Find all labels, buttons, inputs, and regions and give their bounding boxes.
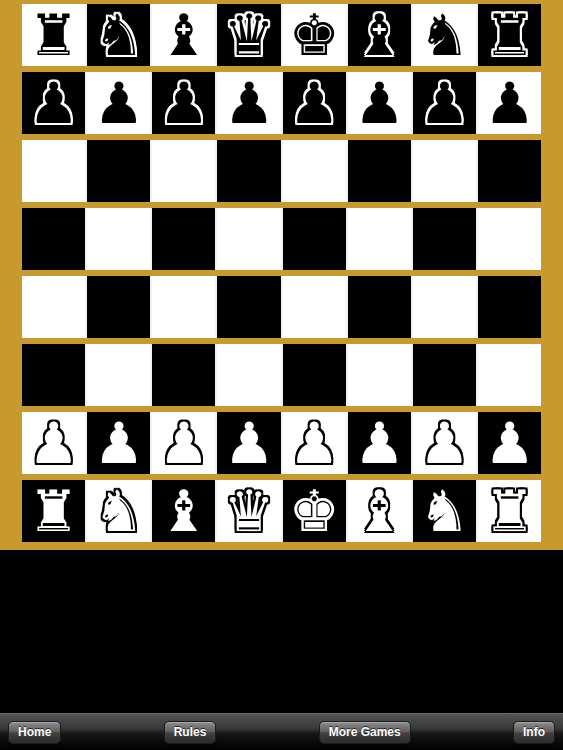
square-h2[interactable]: ♟ — [478, 412, 541, 474]
square-d1[interactable]: ♛ — [217, 480, 280, 542]
piece-black-king: ♚ — [289, 4, 340, 66]
piece-white-pawn: ♟ — [354, 412, 405, 474]
lower-black-panel — [0, 550, 563, 713]
rank-1: ♜♞♝♛♚♝♞♜ — [22, 480, 541, 542]
piece-white-knight: ♞ — [93, 480, 144, 542]
square-f4[interactable] — [348, 276, 411, 338]
square-h8[interactable]: ♜ — [478, 4, 541, 66]
piece-white-pawn: ♟ — [419, 412, 470, 474]
piece-white-rook: ♜ — [28, 480, 79, 542]
piece-black-rook: ♜ — [484, 4, 535, 66]
piece-black-knight: ♞ — [93, 4, 144, 66]
square-d5[interactable] — [217, 208, 280, 270]
square-h7[interactable]: ♟ — [478, 72, 541, 134]
square-e2[interactable]: ♟ — [283, 412, 346, 474]
square-d6[interactable] — [217, 140, 280, 202]
square-c6[interactable] — [152, 140, 215, 202]
bottom-toolbar: Home Rules More Games Info — [0, 713, 563, 750]
piece-white-pawn: ♟ — [484, 412, 535, 474]
piece-white-pawn: ♟ — [28, 412, 79, 474]
square-h6[interactable] — [478, 140, 541, 202]
square-e1[interactable]: ♚ — [283, 480, 346, 542]
square-b3[interactable] — [87, 344, 150, 406]
square-f2[interactable]: ♟ — [348, 412, 411, 474]
square-g5[interactable] — [413, 208, 476, 270]
rank-8: ♜♞♝♛♚♝♞♜ — [22, 4, 541, 66]
info-button[interactable]: Info — [513, 721, 555, 744]
square-c4[interactable] — [152, 276, 215, 338]
piece-white-queen: ♛ — [223, 480, 274, 542]
square-b5[interactable] — [87, 208, 150, 270]
piece-white-rook: ♜ — [484, 480, 535, 542]
rank-6 — [22, 140, 541, 202]
rank-7: ♟♟♟♟♟♟♟♟ — [22, 72, 541, 134]
piece-black-pawn: ♟ — [28, 72, 79, 134]
piece-black-bishop: ♝ — [158, 4, 209, 66]
piece-black-pawn: ♟ — [419, 72, 470, 134]
square-b1[interactable]: ♞ — [87, 480, 150, 542]
square-c8[interactable]: ♝ — [152, 4, 215, 66]
square-b4[interactable] — [87, 276, 150, 338]
square-g2[interactable]: ♟ — [413, 412, 476, 474]
piece-black-pawn: ♟ — [354, 72, 405, 134]
square-e8[interactable]: ♚ — [283, 4, 346, 66]
piece-black-rook: ♜ — [28, 4, 79, 66]
square-f1[interactable]: ♝ — [348, 480, 411, 542]
square-a6[interactable] — [22, 140, 85, 202]
square-f6[interactable] — [348, 140, 411, 202]
rank-3 — [22, 344, 541, 406]
square-h3[interactable] — [478, 344, 541, 406]
piece-black-pawn: ♟ — [484, 72, 535, 134]
square-f5[interactable] — [348, 208, 411, 270]
square-a3[interactable] — [22, 344, 85, 406]
square-b7[interactable]: ♟ — [87, 72, 150, 134]
square-f8[interactable]: ♝ — [348, 4, 411, 66]
square-e4[interactable] — [283, 276, 346, 338]
square-a2[interactable]: ♟ — [22, 412, 85, 474]
home-button[interactable]: Home — [8, 721, 61, 744]
rules-button[interactable]: Rules — [164, 721, 217, 744]
piece-white-bishop: ♝ — [354, 480, 405, 542]
square-f3[interactable] — [348, 344, 411, 406]
piece-black-knight: ♞ — [419, 4, 470, 66]
square-a7[interactable]: ♟ — [22, 72, 85, 134]
square-c5[interactable] — [152, 208, 215, 270]
square-h1[interactable]: ♜ — [478, 480, 541, 542]
square-d4[interactable] — [217, 276, 280, 338]
square-c7[interactable]: ♟ — [152, 72, 215, 134]
piece-white-king: ♚ — [289, 480, 340, 542]
square-a1[interactable]: ♜ — [22, 480, 85, 542]
square-g6[interactable] — [413, 140, 476, 202]
square-a4[interactable] — [22, 276, 85, 338]
rank-4 — [22, 276, 541, 338]
rank-5 — [22, 208, 541, 270]
square-g1[interactable]: ♞ — [413, 480, 476, 542]
square-b2[interactable]: ♟ — [87, 412, 150, 474]
square-g4[interactable] — [413, 276, 476, 338]
square-e5[interactable] — [283, 208, 346, 270]
square-g8[interactable]: ♞ — [413, 4, 476, 66]
piece-black-pawn: ♟ — [93, 72, 144, 134]
piece-black-pawn: ♟ — [223, 72, 274, 134]
piece-white-pawn: ♟ — [223, 412, 274, 474]
piece-black-pawn: ♟ — [289, 72, 340, 134]
square-a8[interactable]: ♜ — [22, 4, 85, 66]
square-d2[interactable]: ♟ — [217, 412, 280, 474]
piece-black-queen: ♛ — [223, 4, 274, 66]
square-d7[interactable]: ♟ — [217, 72, 280, 134]
square-g7[interactable]: ♟ — [413, 72, 476, 134]
square-e3[interactable] — [283, 344, 346, 406]
square-g3[interactable] — [413, 344, 476, 406]
square-h5[interactable] — [478, 208, 541, 270]
square-b8[interactable]: ♞ — [87, 4, 150, 66]
square-c1[interactable]: ♝ — [152, 480, 215, 542]
chess-board: ♜♞♝♛♚♝♞♜♟♟♟♟♟♟♟♟♟♟♟♟♟♟♟♟♜♞♝♛♚♝♞♜ — [0, 0, 563, 550]
square-d3[interactable] — [217, 344, 280, 406]
piece-white-knight: ♞ — [419, 480, 470, 542]
square-d8[interactable]: ♛ — [217, 4, 280, 66]
square-c3[interactable] — [152, 344, 215, 406]
square-a5[interactable] — [22, 208, 85, 270]
square-h4[interactable] — [478, 276, 541, 338]
piece-white-pawn: ♟ — [158, 412, 209, 474]
piece-white-pawn: ♟ — [289, 412, 340, 474]
piece-white-pawn: ♟ — [93, 412, 144, 474]
piece-black-pawn: ♟ — [158, 72, 209, 134]
piece-white-bishop: ♝ — [158, 480, 209, 542]
rank-2: ♟♟♟♟♟♟♟♟ — [22, 412, 541, 474]
square-b6[interactable] — [87, 140, 150, 202]
square-f7[interactable]: ♟ — [348, 72, 411, 134]
square-c2[interactable]: ♟ — [152, 412, 215, 474]
more-games-button[interactable]: More Games — [319, 721, 411, 744]
square-e7[interactable]: ♟ — [283, 72, 346, 134]
piece-black-bishop: ♝ — [354, 4, 405, 66]
square-e6[interactable] — [283, 140, 346, 202]
